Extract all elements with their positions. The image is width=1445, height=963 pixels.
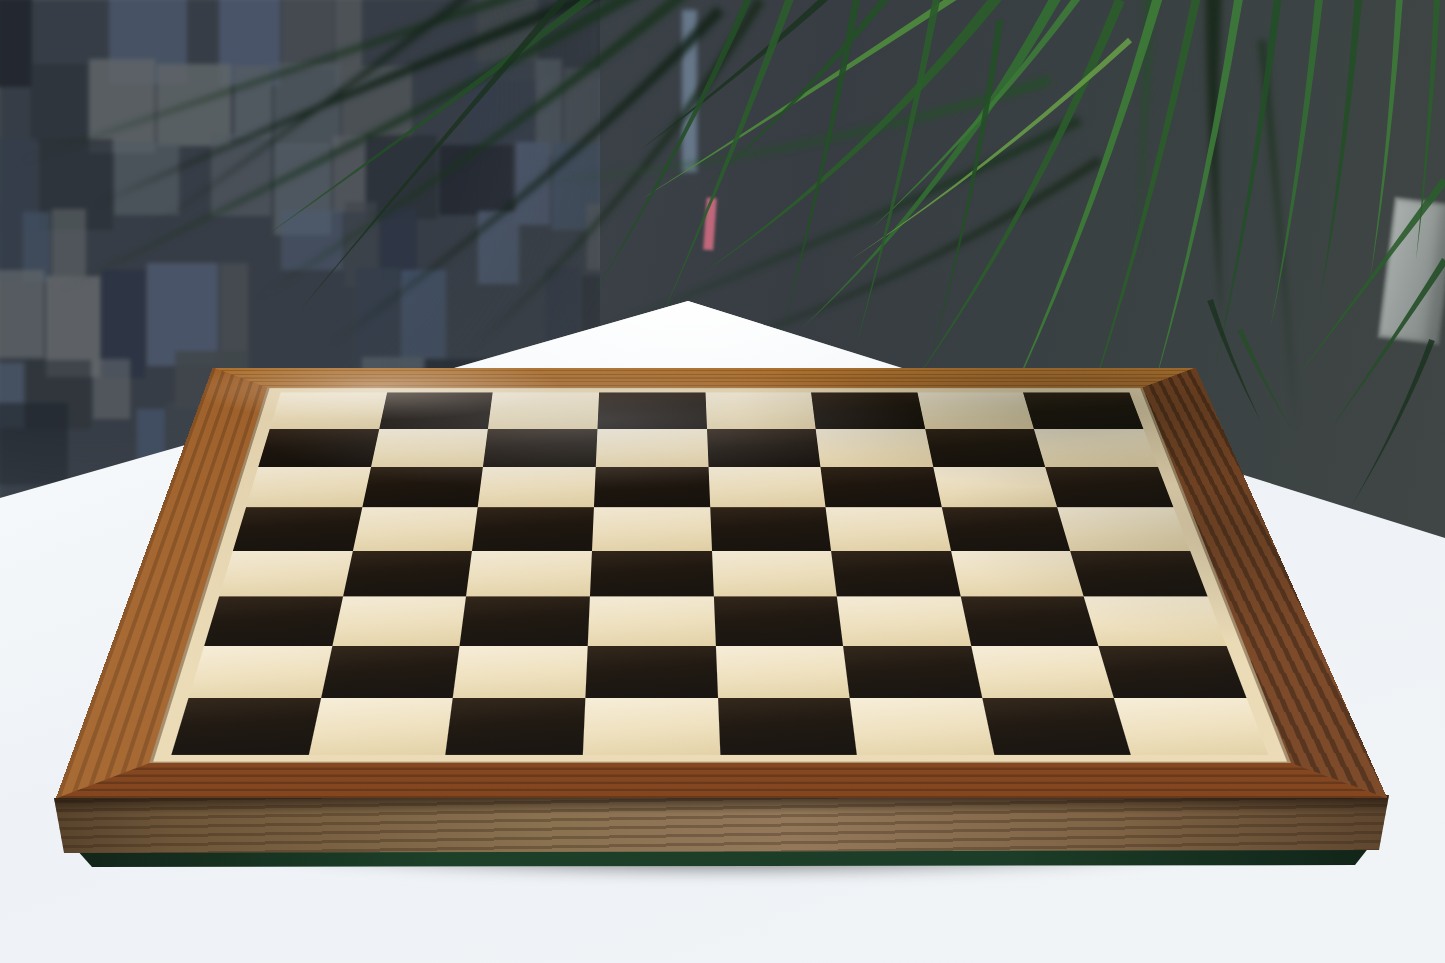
square-e5[interactable] xyxy=(710,507,831,550)
square-b8[interactable] xyxy=(379,392,493,428)
palm-frond xyxy=(1270,0,1324,330)
square-h2[interactable] xyxy=(1099,646,1247,699)
square-e7[interactable] xyxy=(707,429,821,467)
square-g3[interactable] xyxy=(961,597,1099,646)
square-c4[interactable] xyxy=(466,551,592,597)
square-g1[interactable] xyxy=(982,698,1131,754)
square-a2[interactable] xyxy=(188,646,332,699)
square-g2[interactable] xyxy=(971,646,1114,699)
square-b5[interactable] xyxy=(353,507,478,550)
square-g8[interactable] xyxy=(917,392,1034,428)
square-f7[interactable] xyxy=(816,429,933,467)
square-a5[interactable] xyxy=(233,507,362,550)
square-b3[interactable] xyxy=(332,597,466,646)
palm-frond xyxy=(1416,0,1442,260)
square-b7[interactable] xyxy=(371,429,488,467)
palm-frond xyxy=(780,0,864,340)
square-e1[interactable] xyxy=(718,698,857,754)
square-a3[interactable] xyxy=(204,597,342,646)
square-f2[interactable] xyxy=(843,646,982,699)
square-g4[interactable] xyxy=(951,551,1084,597)
square-d8[interactable] xyxy=(597,392,706,428)
square-c3[interactable] xyxy=(460,597,590,646)
square-e3[interactable] xyxy=(713,597,843,646)
palm-frond xyxy=(1150,0,1244,400)
square-d3[interactable] xyxy=(588,597,716,646)
board-face xyxy=(56,368,1388,799)
palm-frond xyxy=(1352,339,1435,505)
photo-scene: { "scene": { "description": "Overhead-an… xyxy=(0,0,1445,963)
square-h4[interactable] xyxy=(1070,551,1207,597)
square-f8[interactable] xyxy=(811,392,925,428)
square-a8[interactable] xyxy=(270,392,387,428)
palm-frond xyxy=(870,0,1093,230)
palm-frond xyxy=(60,0,643,290)
square-e6[interactable] xyxy=(708,467,826,508)
square-c2[interactable] xyxy=(453,646,588,699)
square-c5[interactable] xyxy=(472,507,594,550)
square-h6[interactable] xyxy=(1045,467,1173,508)
palm-frond xyxy=(150,0,503,230)
square-c6[interactable] xyxy=(478,467,596,508)
square-f4[interactable] xyxy=(831,551,960,597)
square-a6[interactable] xyxy=(246,467,371,508)
square-d5[interactable] xyxy=(592,507,712,550)
square-b1[interactable] xyxy=(308,698,452,754)
square-d6[interactable] xyxy=(594,467,710,508)
square-f3[interactable] xyxy=(837,597,971,646)
square-h7[interactable] xyxy=(1034,429,1158,467)
square-e2[interactable] xyxy=(715,646,849,699)
square-e4[interactable] xyxy=(712,551,837,597)
square-b4[interactable] xyxy=(343,551,473,597)
square-g5[interactable] xyxy=(942,507,1071,550)
square-d1[interactable] xyxy=(583,698,720,754)
palm-frond xyxy=(700,0,903,190)
square-c8[interactable] xyxy=(488,392,599,428)
square-h1[interactable] xyxy=(1114,698,1268,754)
square-g6[interactable] xyxy=(933,467,1058,508)
square-a7[interactable] xyxy=(258,429,379,467)
palm-frond xyxy=(1238,329,1292,430)
square-d2[interactable] xyxy=(585,646,717,699)
square-f6[interactable] xyxy=(821,467,942,508)
square-e8[interactable] xyxy=(705,392,816,428)
square-g7[interactable] xyxy=(925,429,1046,467)
square-c7[interactable] xyxy=(483,429,597,467)
palm-frond xyxy=(1080,0,1204,430)
square-a4[interactable] xyxy=(219,551,353,597)
square-f1[interactable] xyxy=(850,698,994,754)
square-b6[interactable] xyxy=(362,467,483,508)
palm-frond xyxy=(1295,178,1445,380)
square-d4[interactable] xyxy=(590,551,714,597)
square-f5[interactable] xyxy=(826,507,951,550)
square-c1[interactable] xyxy=(446,698,586,754)
chess-board xyxy=(56,368,1388,799)
square-d7[interactable] xyxy=(596,429,708,467)
square-h3[interactable] xyxy=(1084,597,1226,646)
palm-frond xyxy=(1320,0,1364,300)
playing-area xyxy=(171,392,1268,754)
square-b2[interactable] xyxy=(321,646,460,699)
square-h5[interactable] xyxy=(1058,507,1190,550)
square-a1[interactable] xyxy=(171,698,320,754)
square-h8[interactable] xyxy=(1023,392,1143,428)
